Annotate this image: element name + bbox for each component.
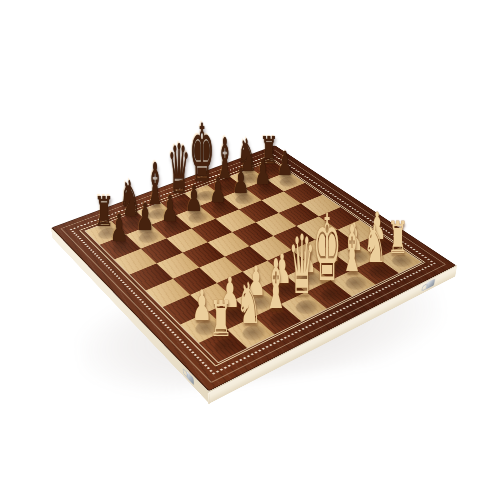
square-a1 bbox=[199, 329, 247, 362]
square-c4 bbox=[199, 257, 242, 283]
square-d2 bbox=[261, 276, 306, 304]
square-b2 bbox=[208, 299, 254, 329]
square-c2 bbox=[235, 288, 281, 317]
square-b1 bbox=[227, 317, 274, 349]
piece-shadow bbox=[245, 293, 277, 313]
square-e2 bbox=[286, 265, 330, 292]
square-h1 bbox=[377, 247, 421, 273]
square-d4 bbox=[225, 246, 268, 272]
square-a6 bbox=[114, 249, 156, 275]
piece-shadow bbox=[317, 285, 349, 305]
square-b5 bbox=[157, 253, 200, 279]
piece-shadow bbox=[219, 305, 252, 326]
square-a3 bbox=[163, 295, 209, 325]
piece-shadow bbox=[238, 322, 272, 344]
square-c1 bbox=[254, 304, 301, 334]
piece-shadow bbox=[365, 263, 396, 281]
square-a4 bbox=[146, 279, 190, 307]
square-b4 bbox=[173, 268, 217, 295]
piece-shadow bbox=[265, 309, 298, 330]
square-e1 bbox=[306, 280, 352, 308]
square-a5 bbox=[130, 263, 173, 290]
square-f2 bbox=[311, 254, 355, 280]
piece-shadow bbox=[291, 297, 324, 317]
piece-shadow bbox=[271, 281, 303, 301]
piece-shadow bbox=[388, 252, 419, 270]
product-photo-scene: ♜♞♝♛♚♝♞♜♟♟♟♟♟♟♟♟♟♟♟♟♟♟♟♟♜♞♝♛♚♝♞♜ bbox=[0, 0, 500, 500]
piece-shadow bbox=[210, 335, 244, 358]
square-e3 bbox=[267, 250, 310, 276]
square-g1 bbox=[354, 258, 398, 285]
piece-shadow bbox=[321, 259, 352, 277]
square-a2 bbox=[180, 312, 227, 343]
square-d3 bbox=[243, 261, 287, 288]
piece-shadow bbox=[191, 317, 224, 339]
square-f1 bbox=[331, 269, 376, 296]
piece-shadow bbox=[296, 270, 327, 289]
square-c3 bbox=[217, 272, 261, 300]
square-d1 bbox=[281, 292, 327, 321]
piece-shadow bbox=[344, 248, 374, 266]
square-g2 bbox=[334, 244, 377, 269]
square-c5 bbox=[183, 242, 225, 267]
square-b3 bbox=[190, 283, 235, 312]
piece-shadow bbox=[341, 274, 373, 293]
